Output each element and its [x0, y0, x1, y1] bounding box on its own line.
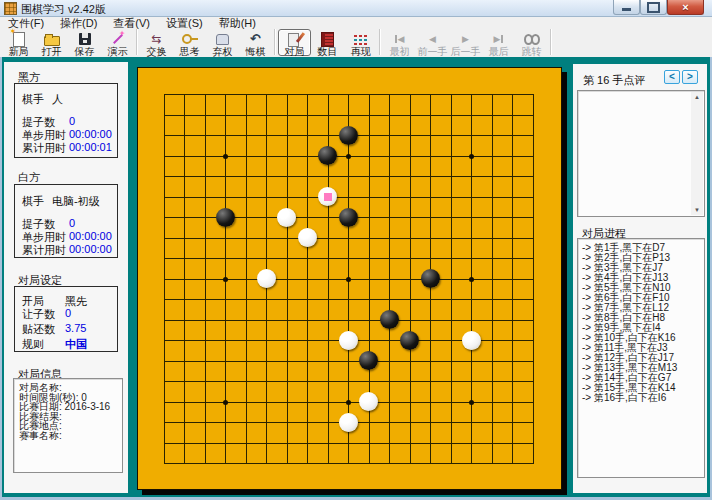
nav-next-icon [458, 31, 474, 47]
play-pencil-icon [287, 31, 303, 47]
window-border-left [0, 57, 2, 500]
window-title: 围棋学习 v2.42版 [21, 2, 106, 17]
chevron-right-icon: > [687, 71, 693, 83]
toolbar-button-nav-first[interactable]: 最初 [383, 29, 416, 56]
toolbar-button-label: 保存 [75, 47, 95, 57]
scroll-up-icon[interactable]: ▲ [691, 92, 703, 102]
toolbar-button-pass-hand[interactable]: 弃权 [206, 29, 239, 56]
game-info-text[interactable]: 对局名称:时间限制(秒): 0比赛日期: 2016-3-16比赛结果:比赛地点:… [13, 378, 123, 473]
menu-bar: 文件(F)操作(D)查看(V)设置(S)帮助(H) [0, 17, 712, 29]
toolbar-button-replay-dashes[interactable]: 再现 [344, 29, 377, 56]
toolbar-button-label: 交换 [147, 47, 167, 57]
nav-prev-icon [425, 31, 441, 47]
maximize-button[interactable] [640, 0, 667, 15]
undo-arrow-icon [248, 31, 264, 47]
toolbar: 新局打开保存演示交换思考弃权悔棋对局数目再现最初前一手后一手最后跳转 [0, 29, 712, 57]
grid-line [164, 320, 534, 321]
toolbar-button-label: 再现 [351, 47, 371, 57]
left-panel: 黑方 棋手 人 提子数 0 单步用时 00:00:00 累计用时 00:00:0… [4, 62, 128, 493]
grid-line [492, 94, 493, 464]
grid-line [389, 94, 390, 464]
right-panel: 第 16 手点评 < > ▲ ▼ 对局进程 -> 第1手,黑下在D7-> 第2手… [573, 64, 707, 493]
board-grid [164, 94, 534, 464]
grid-line [164, 361, 534, 362]
star-point [469, 400, 474, 405]
grid-line [164, 381, 534, 382]
close-icon: × [682, 1, 688, 14]
toolbar-button-demo-wand[interactable]: 演示 [101, 29, 134, 56]
white-total-time-label: 累计用时 [22, 243, 66, 258]
black-total-time-value: 00:00:01 [69, 141, 112, 153]
black-stone [216, 208, 235, 227]
rules-label: 规则 [22, 337, 44, 352]
save-floppy-icon [77, 31, 93, 47]
star-point [223, 154, 228, 159]
toolbar-button-jump-binoculars[interactable]: 跳转 [515, 29, 548, 56]
toolbar-button-label: 最后 [489, 47, 509, 57]
toolbar-button-label: 弃权 [213, 47, 233, 57]
move-list-item[interactable]: -> 第16手,白下在I6 [582, 393, 702, 403]
grid-line [533, 94, 534, 464]
handicap-value: 0 [65, 307, 71, 319]
handicap-label: 让子数 [22, 307, 55, 322]
grid-line [451, 94, 452, 464]
comment-prev-button[interactable]: < [664, 70, 680, 84]
menu-item[interactable]: 查看(V) [105, 17, 158, 29]
jump-binoculars-icon [524, 31, 540, 47]
last-move-marker [324, 193, 332, 201]
star-point [346, 400, 351, 405]
count-grid-icon [320, 31, 336, 47]
menu-item[interactable]: 帮助(H) [211, 17, 264, 29]
black-stone [359, 351, 378, 370]
white-stone [462, 331, 481, 350]
grid-line [410, 94, 411, 464]
nav-last-icon [491, 31, 507, 47]
komi-label: 贴还数 [22, 322, 55, 337]
menu-item[interactable]: 文件(F) [0, 17, 52, 29]
comment-box[interactable]: ▲ ▼ [577, 90, 705, 217]
white-stone [298, 228, 317, 247]
black-stone [339, 208, 358, 227]
black-total-time-label: 累计用时 [22, 141, 66, 156]
toolbar-button-play-pencil[interactable]: 对局 [278, 29, 311, 56]
rules-value: 中国 [65, 337, 87, 352]
star-point [469, 277, 474, 282]
white-stone [257, 269, 276, 288]
toolbar-button-label: 后一手 [451, 47, 481, 57]
black-stone [318, 146, 337, 165]
toolbar-button-label: 演示 [108, 47, 128, 57]
minimize-button[interactable] [613, 0, 640, 15]
toolbar-button-nav-last[interactable]: 最后 [482, 29, 515, 56]
white-player-value: 电脑-初级 [52, 194, 100, 209]
black-stone [421, 269, 440, 288]
toolbar-button-label: 前一手 [418, 47, 448, 57]
think-key-icon [182, 31, 198, 47]
toolbar-button-label: 数目 [318, 47, 338, 57]
black-player-label: 棋手 [22, 92, 44, 107]
star-point [223, 400, 228, 405]
info-line: 赛事名称: [19, 431, 120, 441]
grid-line [164, 443, 534, 444]
toolbar-button-count-grid[interactable]: 数目 [311, 29, 344, 56]
demo-wand-icon [110, 31, 126, 47]
white-player-label: 棋手 [22, 194, 44, 209]
title-bar: 围棋学习 v2.42版 × [0, 0, 712, 17]
white-total-time-value: 00:00:00 [69, 243, 112, 255]
grid-line [164, 299, 534, 300]
toolbar-separator [550, 29, 552, 55]
toolbar-button-label: 思考 [180, 47, 200, 57]
open-folder-icon [44, 31, 60, 47]
go-board[interactable] [137, 67, 562, 490]
black-stone [339, 126, 358, 145]
toolbar-button-swap-arrows[interactable]: 交换 [140, 29, 173, 56]
black-player-value: 人 [52, 92, 63, 107]
toolbar-separator [136, 29, 138, 55]
close-button[interactable]: × [667, 0, 704, 15]
komi-value: 3.75 [65, 322, 86, 334]
new-doc-icon [11, 31, 27, 47]
menu-item[interactable]: 操作(D) [52, 17, 105, 29]
settings-panel-box: 开局 黑先 让子数 0 贴还数 3.75 规则 中国 [14, 286, 118, 352]
toolbar-button-think-key[interactable]: 思考 [173, 29, 206, 56]
white-step-time-value: 00:00:00 [69, 230, 112, 242]
white-captures-value: 0 [69, 217, 75, 229]
black-captures-value: 0 [69, 115, 75, 127]
toolbar-separator [274, 29, 276, 55]
white-panel-box: 棋手 电脑-初级 提子数 0 单步用时 00:00:00 累计用时 00:00:… [14, 184, 118, 258]
comment-title: 第 16 手点评 [583, 73, 645, 88]
toolbar-button-label: 对局 [285, 47, 305, 57]
toolbar-button-label: 最初 [390, 47, 410, 57]
scroll-down-icon[interactable]: ▼ [691, 205, 703, 215]
chevron-left-icon: < [669, 71, 675, 83]
app-window: 围棋学习 v2.42版 × 文件(F)操作(D)查看(V)设置(S)帮助(H) … [0, 0, 712, 500]
toolbar-button-label: 悔棋 [246, 47, 266, 57]
menu-item[interactable]: 设置(S) [158, 17, 211, 29]
grid-line [512, 94, 513, 464]
star-point [346, 154, 351, 159]
toolbar-separator [379, 29, 381, 55]
white-stone [359, 392, 378, 411]
pass-hand-icon [215, 31, 231, 47]
move-list: -> 第1手,黑下在D7-> 第2手,白下在P13-> 第3手,黑下在J7-> … [577, 238, 705, 478]
black-step-time-value: 00:00:00 [69, 128, 112, 140]
white-panel-title: 白方 [18, 170, 40, 185]
app-icon [4, 2, 17, 15]
toolbar-button-label: 新局 [9, 47, 29, 57]
toolbar-button-save-floppy[interactable]: 保存 [68, 29, 101, 56]
swap-arrows-icon [149, 31, 165, 47]
comment-next-button[interactable]: > [682, 70, 698, 84]
white-stone [339, 413, 358, 432]
toolbar-button-new-doc[interactable]: 新局 [2, 29, 35, 56]
grid-line [164, 463, 534, 464]
black-stone [400, 331, 419, 350]
replay-dashes-icon [353, 31, 369, 47]
toolbar-button-nav-next[interactable]: 后一手 [449, 29, 482, 56]
toolbar-button-label: 打开 [42, 47, 62, 57]
star-point [346, 277, 351, 282]
comment-scrollbar[interactable]: ▲ ▼ [691, 92, 703, 215]
black-panel-box: 棋手 人 提子数 0 单步用时 00:00:00 累计用时 00:00:01 [14, 83, 118, 158]
toolbar-button-nav-prev[interactable]: 前一手 [416, 29, 449, 56]
white-stone [277, 208, 296, 227]
star-point [469, 154, 474, 159]
toolbar-button-label: 跳转 [522, 47, 542, 57]
nav-first-icon [392, 31, 408, 47]
toolbar-button-undo-arrow[interactable]: 悔棋 [239, 29, 272, 56]
black-stone [380, 310, 399, 329]
star-point [223, 277, 228, 282]
white-stone [339, 331, 358, 350]
toolbar-button-open-folder[interactable]: 打开 [35, 29, 68, 56]
